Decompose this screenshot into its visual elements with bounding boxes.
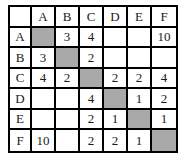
row-header-C: C — [10, 69, 32, 90]
matrix-cell-D-E: 1 — [128, 89, 152, 110]
corner-cell — [10, 7, 32, 28]
matrix-cell-F-A: 10 — [32, 130, 56, 151]
matrix-cell-A-B: 3 — [56, 28, 80, 49]
row-header-A: A — [10, 28, 32, 49]
matrix-cell-E-A — [32, 110, 56, 131]
matrix-cell-B-A: 3 — [32, 48, 56, 69]
matrix-cell-D-C: 4 — [80, 89, 104, 110]
col-header-E: E — [128, 7, 152, 28]
matrix-cell-F-B — [56, 130, 80, 151]
matrix-cell-D-A — [32, 89, 56, 110]
matrix-cell-C-E: 2 — [128, 69, 152, 90]
col-header-D: D — [104, 7, 128, 28]
matrix-cell-D-D — [104, 89, 128, 110]
matrix-cell-B-C: 2 — [80, 48, 104, 69]
matrix-cell-A-E — [128, 28, 152, 49]
adjacency-matrix-board: A B C D E F A 3 4 10 B 3 2 C 4 2 2 2 4 D… — [8, 5, 179, 153]
matrix-cell-B-B — [56, 48, 80, 69]
matrix-cell-E-F: 1 — [152, 110, 176, 131]
matrix-cell-D-F: 2 — [152, 89, 176, 110]
matrix-cell-E-E — [128, 110, 152, 131]
matrix-cell-C-C — [80, 69, 104, 90]
matrix-cell-F-D: 2 — [104, 130, 128, 151]
row-header-F: F — [10, 130, 32, 151]
matrix-cell-E-C: 2 — [80, 110, 104, 131]
matrix-grid: A B C D E F A 3 4 10 B 3 2 C 4 2 2 2 4 D… — [8, 5, 178, 153]
row-header-B: B — [10, 48, 32, 69]
matrix-cell-C-D: 2 — [104, 69, 128, 90]
matrix-cell-F-F — [152, 130, 176, 151]
matrix-cell-B-F — [152, 48, 176, 69]
matrix-cell-F-C: 2 — [80, 130, 104, 151]
matrix-cell-F-E: 1 — [128, 130, 152, 151]
row-header-E: E — [10, 110, 32, 131]
matrix-cell-A-C: 4 — [80, 28, 104, 49]
row-header-D: D — [10, 89, 32, 110]
matrix-cell-E-B — [56, 110, 80, 131]
matrix-cell-B-E — [128, 48, 152, 69]
col-header-B: B — [56, 7, 80, 28]
matrix-cell-A-D — [104, 28, 128, 49]
col-header-C: C — [80, 7, 104, 28]
matrix-cell-C-A: 4 — [32, 69, 56, 90]
matrix-cell-B-D — [104, 48, 128, 69]
matrix-cell-C-B: 2 — [56, 69, 80, 90]
matrix-cell-D-B — [56, 89, 80, 110]
matrix-cell-A-A — [32, 28, 56, 49]
matrix-cell-E-D: 1 — [104, 110, 128, 131]
matrix-cell-C-F: 4 — [152, 69, 176, 90]
col-header-A: A — [32, 7, 56, 28]
col-header-F: F — [152, 7, 176, 28]
matrix-cell-A-F: 10 — [152, 28, 176, 49]
